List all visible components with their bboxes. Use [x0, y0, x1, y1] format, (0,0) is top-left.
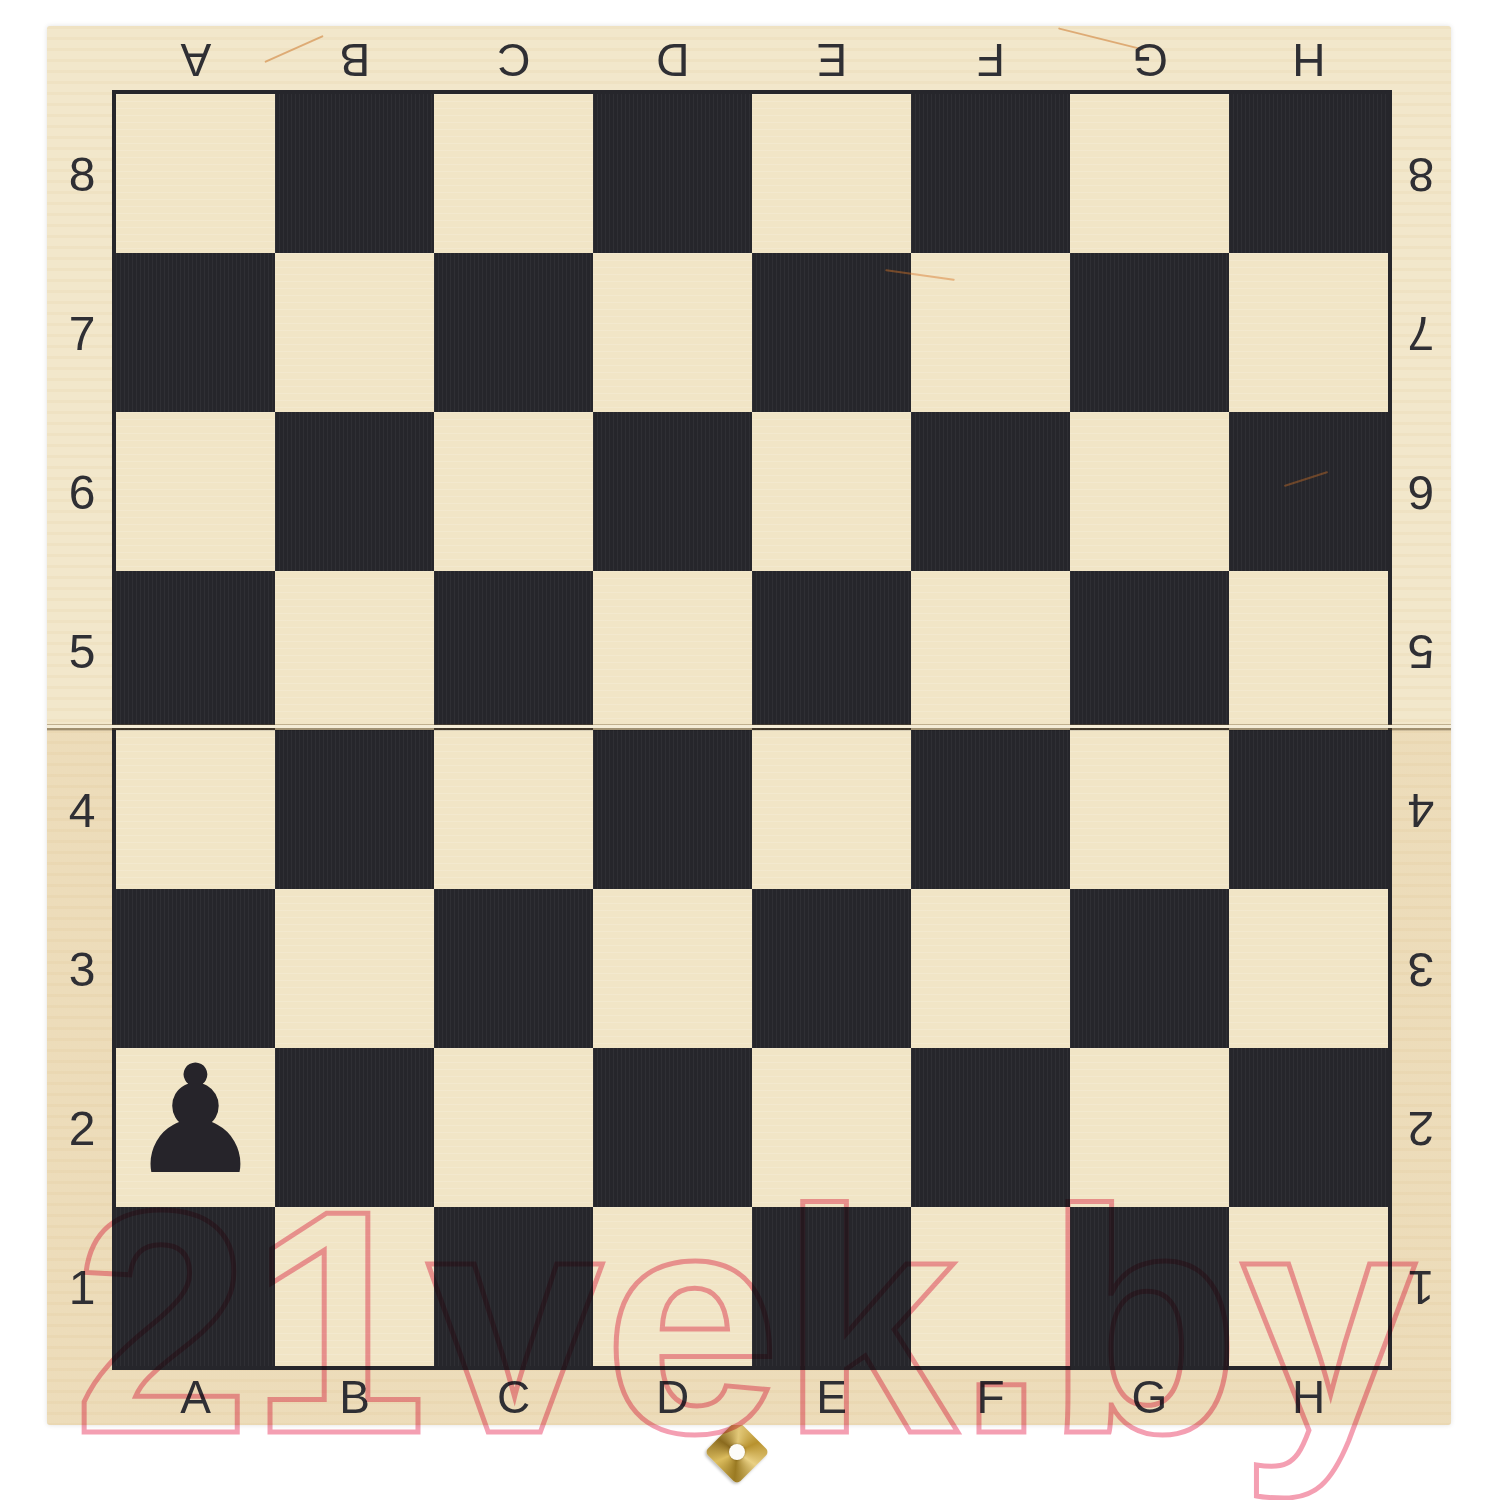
file-label-top-d: D: [656, 33, 689, 87]
file-label-bottom-d: D: [656, 1370, 689, 1424]
rank-label-left-1: 1: [69, 1259, 96, 1314]
square-e2: [752, 1048, 911, 1207]
square-a7: [116, 253, 275, 412]
square-a4: [116, 730, 275, 889]
file-label-top-h: H: [1292, 33, 1325, 87]
square-c3: [434, 889, 593, 1048]
square-d4: [593, 730, 752, 889]
file-label-bottom-c: C: [497, 1370, 530, 1424]
square-h3: [1229, 889, 1388, 1048]
square-g2: [1070, 1048, 1229, 1207]
rank-label-right-3: 3: [1408, 941, 1435, 996]
square-h6: [1229, 412, 1388, 571]
square-f8: [911, 94, 1070, 253]
rank-label-left-8: 8: [69, 146, 96, 201]
square-d2: [593, 1048, 752, 1207]
file-label-bottom-h: H: [1292, 1370, 1325, 1424]
square-e8: [752, 94, 911, 253]
square-b7: [275, 253, 434, 412]
square-g5: [1070, 571, 1229, 730]
rank-label-left-7: 7: [69, 305, 96, 360]
rank-label-right-1: 1: [1408, 1259, 1435, 1314]
square-f2: [911, 1048, 1070, 1207]
file-label-bottom-a: A: [180, 1370, 211, 1424]
square-a6: [116, 412, 275, 571]
square-g6: [1070, 412, 1229, 571]
square-c4: [434, 730, 593, 889]
square-d8: [593, 94, 752, 253]
square-e4: [752, 730, 911, 889]
wood-scratch: [1058, 27, 1144, 50]
square-d7: [593, 253, 752, 412]
file-label-bottom-e: E: [816, 1370, 847, 1424]
square-c6: [434, 412, 593, 571]
square-b5: [275, 571, 434, 730]
square-b3: [275, 889, 434, 1048]
square-c2: [434, 1048, 593, 1207]
wood-scratch: [264, 35, 323, 63]
square-g3: [1070, 889, 1229, 1048]
clasp-pin-hole: [726, 1441, 749, 1464]
square-d1: [593, 1207, 752, 1366]
file-label-top-a: A: [180, 33, 211, 87]
rank-label-right-5: 5: [1408, 623, 1435, 678]
square-c7: [434, 253, 593, 412]
square-g8: [1070, 94, 1229, 253]
square-b6: [275, 412, 434, 571]
file-label-top-e: E: [816, 33, 847, 87]
square-e7: [752, 253, 911, 412]
square-h4: [1229, 730, 1388, 889]
square-e1: [752, 1207, 911, 1366]
square-b4: [275, 730, 434, 889]
product-photo: ♟ ABCDEFGHABCDEFGH8765432187654321 21vek…: [0, 0, 1500, 1500]
square-e5: [752, 571, 911, 730]
square-h2: [1229, 1048, 1388, 1207]
square-b1: [275, 1207, 434, 1366]
rank-label-right-7: 7: [1408, 305, 1435, 360]
square-f3: [911, 889, 1070, 1048]
rank-label-left-6: 6: [69, 464, 96, 519]
rank-label-left-2: 2: [69, 1100, 96, 1155]
square-h5: [1229, 571, 1388, 730]
square-g1: [1070, 1207, 1229, 1366]
square-d3: [593, 889, 752, 1048]
square-f6: [911, 412, 1070, 571]
square-f1: [911, 1207, 1070, 1366]
square-c8: [434, 94, 593, 253]
file-label-top-b: B: [339, 33, 370, 87]
chessboard: ♟ ABCDEFGHABCDEFGH8765432187654321: [47, 26, 1451, 1425]
brass-clasp: [704, 1419, 769, 1484]
square-b8: [275, 94, 434, 253]
square-a3: [116, 889, 275, 1048]
square-d6: [593, 412, 752, 571]
rank-label-left-4: 4: [69, 782, 96, 837]
square-h7: [1229, 253, 1388, 412]
rank-label-right-2: 2: [1408, 1100, 1435, 1155]
square-g4: [1070, 730, 1229, 889]
black-pawn-a2: ♟: [128, 1045, 262, 1195]
rank-label-left-5: 5: [69, 623, 96, 678]
rank-label-left-3: 3: [69, 941, 96, 996]
square-f4: [911, 730, 1070, 889]
square-a5: [116, 571, 275, 730]
square-b2: [275, 1048, 434, 1207]
square-a8: [116, 94, 275, 253]
file-label-bottom-b: B: [339, 1370, 370, 1424]
file-label-bottom-f: F: [976, 1370, 1004, 1424]
square-a1: [116, 1207, 275, 1366]
square-a2: ♟: [116, 1048, 275, 1207]
square-e3: [752, 889, 911, 1048]
square-c1: [434, 1207, 593, 1366]
square-c5: [434, 571, 593, 730]
fold-seam: [47, 724, 1451, 731]
square-h1: [1229, 1207, 1388, 1366]
file-label-bottom-g: G: [1132, 1370, 1168, 1424]
square-f7: [911, 253, 1070, 412]
rank-label-right-8: 8: [1408, 146, 1435, 201]
square-d5: [593, 571, 752, 730]
square-e6: [752, 412, 911, 571]
file-label-top-f: F: [976, 33, 1004, 87]
square-f5: [911, 571, 1070, 730]
file-label-top-c: C: [497, 33, 530, 87]
rank-label-right-6: 6: [1408, 464, 1435, 519]
square-h8: [1229, 94, 1388, 253]
rank-label-right-4: 4: [1408, 782, 1435, 837]
file-label-top-g: G: [1132, 33, 1168, 87]
square-g7: [1070, 253, 1229, 412]
